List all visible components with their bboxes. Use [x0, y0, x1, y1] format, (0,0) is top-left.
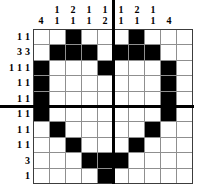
- clue-number: 4: [167, 16, 172, 26]
- clue-number: 1: [25, 63, 30, 73]
- grid-cell[interactable]: [113, 92, 128, 106]
- grid-cell[interactable]: [98, 92, 113, 106]
- clue-number: 3: [25, 47, 30, 57]
- grid-cell[interactable]: [145, 138, 160, 152]
- grid-cell[interactable]: [113, 45, 128, 59]
- grid-cell[interactable]: [129, 61, 144, 75]
- grid-cell[interactable]: [98, 45, 113, 59]
- grid-cell[interactable]: [113, 61, 128, 75]
- row-clue: 1: [0, 169, 33, 185]
- grid-cell[interactable]: [66, 45, 81, 59]
- grid-cell[interactable]: [66, 153, 81, 167]
- grid-cell[interactable]: [98, 107, 113, 121]
- col-clue: 4: [33, 0, 49, 29]
- clue-number: 1: [151, 16, 156, 26]
- grid-cell[interactable]: [161, 92, 176, 106]
- grid-cell[interactable]: [34, 169, 49, 183]
- grid-cell[interactable]: [82, 138, 97, 152]
- grid-cell[interactable]: [113, 76, 128, 90]
- grid-cell[interactable]: [82, 169, 97, 183]
- grid-cell[interactable]: [177, 107, 192, 121]
- grid-cell[interactable]: [50, 107, 65, 121]
- row-clue: 11: [0, 122, 33, 138]
- col-clue: [177, 0, 193, 29]
- grid-cell[interactable]: [161, 45, 176, 59]
- grid-cell[interactable]: [113, 169, 128, 183]
- grid-cell[interactable]: [98, 76, 113, 90]
- col-clue: 11: [145, 0, 161, 29]
- grid-cell[interactable]: [50, 169, 65, 183]
- grid-cell[interactable]: [50, 122, 65, 136]
- grid-cell[interactable]: [113, 30, 128, 44]
- grid-cell[interactable]: [177, 153, 192, 167]
- clue-number: 1: [119, 16, 124, 26]
- grid-cell[interactable]: [98, 122, 113, 136]
- clue-number: 1: [87, 16, 92, 26]
- grid-cell[interactable]: [145, 61, 160, 75]
- grid-cell[interactable]: [66, 122, 81, 136]
- grid-cell[interactable]: [113, 107, 128, 121]
- clue-number: 1: [25, 32, 30, 42]
- col-clue: 11: [113, 0, 129, 29]
- grid-cell[interactable]: [50, 30, 65, 44]
- col-clue: 11: [49, 0, 65, 29]
- grid-cell[interactable]: [98, 61, 113, 75]
- grid-cell[interactable]: [145, 92, 160, 106]
- grid-cell[interactable]: [34, 61, 49, 75]
- grid-cell[interactable]: [161, 107, 176, 121]
- grid-cell[interactable]: [34, 45, 49, 59]
- grid-cell[interactable]: [34, 122, 49, 136]
- clue-number: 2: [135, 5, 140, 15]
- grid-cell[interactable]: [50, 61, 65, 75]
- grid-cell[interactable]: [66, 61, 81, 75]
- row-clue: 11: [0, 76, 33, 92]
- clue-number: 1: [151, 5, 156, 15]
- clue-number: 1: [25, 94, 30, 104]
- clue-number: 1: [25, 140, 30, 150]
- clue-number: 1: [17, 78, 22, 88]
- clue-number: 1: [9, 63, 14, 73]
- grid-cell[interactable]: [34, 107, 49, 121]
- grid-cell[interactable]: [50, 45, 65, 59]
- col-clue: 4: [161, 0, 177, 29]
- grid-cell[interactable]: [34, 30, 49, 44]
- grid-cell[interactable]: [177, 122, 192, 136]
- grid-cell[interactable]: [177, 76, 192, 90]
- grid-cell[interactable]: [82, 76, 97, 90]
- grid-cell[interactable]: [66, 92, 81, 106]
- clue-number: 3: [25, 156, 30, 166]
- grid-cell[interactable]: [98, 169, 113, 183]
- grid-cell[interactable]: [145, 76, 160, 90]
- grid-cell[interactable]: [161, 153, 176, 167]
- grid-cell[interactable]: [50, 92, 65, 106]
- grid-cell[interactable]: [113, 122, 128, 136]
- row-clue: 111: [0, 60, 33, 76]
- grid-cell[interactable]: [50, 138, 65, 152]
- grid-cell[interactable]: [145, 30, 160, 44]
- grid-cell[interactable]: [34, 138, 49, 152]
- grid-cell[interactable]: [145, 45, 160, 59]
- grid-cell[interactable]: [66, 76, 81, 90]
- grid-cell[interactable]: [98, 138, 113, 152]
- clue-number: 2: [71, 5, 76, 15]
- clue-number: 1: [55, 5, 60, 15]
- clue-number: 1: [17, 125, 22, 135]
- grid-cell[interactable]: [145, 153, 160, 167]
- grid-cell[interactable]: [82, 122, 97, 136]
- grid-cell[interactable]: [50, 153, 65, 167]
- grid-cell[interactable]: [177, 92, 192, 106]
- center-horizontal-line: [0, 105, 194, 108]
- grid-cell[interactable]: [66, 30, 81, 44]
- col-clue: 11: [81, 0, 97, 29]
- grid-cell[interactable]: [129, 92, 144, 106]
- grid-cell[interactable]: [113, 153, 128, 167]
- col-clue: 21: [129, 0, 145, 29]
- grid-cell[interactable]: [34, 153, 49, 167]
- grid-cell[interactable]: [177, 61, 192, 75]
- grid-cell[interactable]: [129, 122, 144, 136]
- nonogram-puzzle: 4112111121121114 1133111111111111131: [0, 0, 200, 185]
- center-vertical-line: [112, 0, 115, 184]
- grid-cell[interactable]: [161, 169, 176, 183]
- clue-number: 1: [17, 109, 22, 119]
- grid-cell[interactable]: [129, 138, 144, 152]
- grid-cell[interactable]: [129, 169, 144, 183]
- grid-cell[interactable]: [177, 30, 192, 44]
- clue-number: 1: [25, 109, 30, 119]
- grid-cell[interactable]: [129, 76, 144, 90]
- clue-number: 1: [25, 78, 30, 88]
- grid-cell[interactable]: [82, 153, 97, 167]
- grid-cell[interactable]: [34, 92, 49, 106]
- col-clue: 12: [97, 0, 113, 29]
- clue-number: 1: [55, 16, 60, 26]
- clue-number: 1: [135, 16, 140, 26]
- row-clue: 33: [0, 45, 33, 61]
- grid-cell[interactable]: [113, 138, 128, 152]
- clue-number: 1: [17, 140, 22, 150]
- clue-number: 4: [39, 16, 44, 26]
- clue-number: 1: [71, 16, 76, 26]
- grid-cell[interactable]: [129, 107, 144, 121]
- clue-number: 1: [25, 171, 30, 181]
- row-clue: 11: [0, 107, 33, 123]
- grid-cell[interactable]: [145, 122, 160, 136]
- grid-cell[interactable]: [161, 122, 176, 136]
- grid-cell[interactable]: [177, 138, 192, 152]
- clue-number: 1: [87, 5, 92, 15]
- clue-number: 1: [17, 63, 22, 73]
- grid-cell[interactable]: [129, 30, 144, 44]
- grid-cell[interactable]: [34, 76, 49, 90]
- grid-cell[interactable]: [161, 76, 176, 90]
- clue-number: 2: [103, 16, 108, 26]
- grid-cell[interactable]: [145, 107, 160, 121]
- grid-cell[interactable]: [66, 169, 81, 183]
- grid-cell[interactable]: [161, 61, 176, 75]
- col-clue: 21: [65, 0, 81, 29]
- grid-cell[interactable]: [82, 45, 97, 59]
- row-clue: 11: [0, 138, 33, 154]
- grid-cell[interactable]: [82, 92, 97, 106]
- grid-cell[interactable]: [66, 138, 81, 152]
- row-clue: 11: [0, 29, 33, 45]
- clue-number: 1: [17, 32, 22, 42]
- grid-cell[interactable]: [82, 107, 97, 121]
- grid-cell[interactable]: [98, 153, 113, 167]
- grid-cell[interactable]: [50, 76, 65, 90]
- grid-cell[interactable]: [161, 30, 176, 44]
- grid-cell[interactable]: [98, 30, 113, 44]
- grid-cell[interactable]: [145, 169, 160, 183]
- grid-cell[interactable]: [177, 45, 192, 59]
- grid-cell[interactable]: [161, 138, 176, 152]
- grid-cell[interactable]: [82, 30, 97, 44]
- grid-cell[interactable]: [177, 169, 192, 183]
- clue-number: 3: [17, 47, 22, 57]
- clue-number: 1: [25, 125, 30, 135]
- clue-number: 1: [103, 5, 108, 15]
- row-clue: 3: [0, 153, 33, 169]
- grid-cell[interactable]: [82, 61, 97, 75]
- grid-cell[interactable]: [66, 107, 81, 121]
- clue-number: 1: [119, 5, 124, 15]
- clue-number: 1: [17, 94, 22, 104]
- grid-cell[interactable]: [129, 45, 144, 59]
- grid-cell[interactable]: [129, 153, 144, 167]
